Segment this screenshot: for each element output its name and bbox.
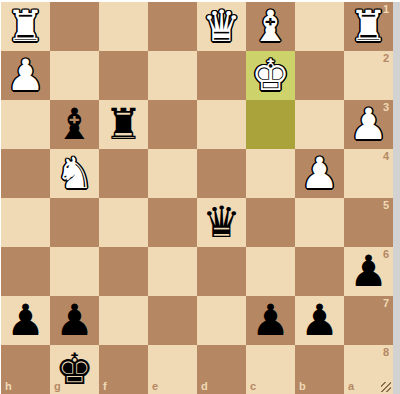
- square-d8[interactable]: d: [197, 345, 246, 394]
- black-pawn-c7[interactable]: ♟: [246, 296, 295, 345]
- square-f5[interactable]: [99, 198, 148, 247]
- square-g3[interactable]: ♝: [50, 100, 99, 149]
- square-c2[interactable]: ♚: [246, 51, 295, 100]
- square-d7[interactable]: [197, 296, 246, 345]
- white-bishop-c1[interactable]: ♝: [246, 2, 295, 51]
- white-pawn-b4[interactable]: ♟: [295, 149, 344, 198]
- square-a8[interactable]: 8a: [344, 345, 393, 394]
- square-a3[interactable]: ♟3: [344, 100, 393, 149]
- square-h1[interactable]: ♜: [1, 2, 50, 51]
- square-a2[interactable]: 2: [344, 51, 393, 100]
- square-e2[interactable]: [148, 51, 197, 100]
- white-queen-d1[interactable]: ♛: [197, 2, 246, 51]
- square-b6[interactable]: [295, 247, 344, 296]
- square-g6[interactable]: [50, 247, 99, 296]
- square-c8[interactable]: c: [246, 345, 295, 394]
- black-pawn-g7[interactable]: ♟: [50, 296, 99, 345]
- file-label-f: f: [103, 381, 107, 392]
- square-h8[interactable]: h: [1, 345, 50, 394]
- square-h4[interactable]: [1, 149, 50, 198]
- black-bishop-g3[interactable]: ♝: [50, 100, 99, 149]
- square-f8[interactable]: f: [99, 345, 148, 394]
- square-f6[interactable]: [99, 247, 148, 296]
- square-g5[interactable]: [50, 198, 99, 247]
- file-label-g: g: [54, 381, 61, 392]
- square-b1[interactable]: [295, 2, 344, 51]
- square-h2[interactable]: ♟: [1, 51, 50, 100]
- square-b3[interactable]: [295, 100, 344, 149]
- square-a6[interactable]: ♟6: [344, 247, 393, 296]
- board-resize-handle-icon[interactable]: [381, 382, 391, 392]
- chess-board-screen: ♜♛♝♜1♟♚2♝♜♟3♞♟4♛5♟6♟♟♟♟7h♚gfedcb8a: [0, 0, 400, 394]
- square-b2[interactable]: [295, 51, 344, 100]
- square-e4[interactable]: [148, 149, 197, 198]
- square-c5[interactable]: [246, 198, 295, 247]
- square-b7[interactable]: ♟: [295, 296, 344, 345]
- rank-label-5: 5: [383, 200, 389, 211]
- square-h3[interactable]: [1, 100, 50, 149]
- square-b4[interactable]: ♟: [295, 149, 344, 198]
- file-label-d: d: [201, 381, 208, 392]
- square-a1[interactable]: ♜1: [344, 2, 393, 51]
- square-c7[interactable]: ♟: [246, 296, 295, 345]
- square-d4[interactable]: [197, 149, 246, 198]
- file-label-b: b: [299, 381, 306, 392]
- square-f3[interactable]: ♜: [99, 100, 148, 149]
- square-e3[interactable]: [148, 100, 197, 149]
- square-d3[interactable]: [197, 100, 246, 149]
- square-c1[interactable]: ♝: [246, 2, 295, 51]
- white-pawn-h2[interactable]: ♟: [1, 51, 50, 100]
- rank-label-8: 8: [383, 347, 389, 358]
- square-b5[interactable]: [295, 198, 344, 247]
- square-f2[interactable]: [99, 51, 148, 100]
- square-g4[interactable]: ♞: [50, 149, 99, 198]
- square-e5[interactable]: [148, 198, 197, 247]
- rank-label-4: 4: [383, 151, 389, 162]
- square-b8[interactable]: b: [295, 345, 344, 394]
- white-rook-h1[interactable]: ♜: [1, 2, 50, 51]
- square-h6[interactable]: [1, 247, 50, 296]
- square-f7[interactable]: [99, 296, 148, 345]
- square-a5[interactable]: 5: [344, 198, 393, 247]
- square-f4[interactable]: [99, 149, 148, 198]
- square-d2[interactable]: [197, 51, 246, 100]
- square-g8[interactable]: ♚g: [50, 345, 99, 394]
- rank-label-1: 1: [383, 4, 389, 15]
- white-knight-g4[interactable]: ♞: [50, 149, 99, 198]
- square-g7[interactable]: ♟: [50, 296, 99, 345]
- square-d1[interactable]: ♛: [197, 2, 246, 51]
- square-d5[interactable]: ♛: [197, 198, 246, 247]
- file-label-e: e: [152, 381, 158, 392]
- file-label-h: h: [5, 381, 12, 392]
- square-c4[interactable]: [246, 149, 295, 198]
- black-pawn-h7[interactable]: ♟: [1, 296, 50, 345]
- page-gutter: [393, 2, 400, 394]
- square-c6[interactable]: [246, 247, 295, 296]
- rank-label-7: 7: [383, 298, 389, 309]
- square-e1[interactable]: [148, 2, 197, 51]
- black-rook-f3[interactable]: ♜: [99, 100, 148, 149]
- square-f1[interactable]: [99, 2, 148, 51]
- file-label-c: c: [250, 381, 256, 392]
- square-a4[interactable]: 4: [344, 149, 393, 198]
- square-c3[interactable]: [246, 100, 295, 149]
- rank-label-3: 3: [383, 102, 389, 113]
- rank-label-6: 6: [383, 249, 389, 260]
- white-king-c2[interactable]: ♚: [246, 51, 295, 100]
- square-e7[interactable]: [148, 296, 197, 345]
- chess-board: ♜♛♝♜1♟♚2♝♜♟3♞♟4♛5♟6♟♟♟♟7h♚gfedcb8a: [1, 2, 393, 394]
- square-h5[interactable]: [1, 198, 50, 247]
- square-g1[interactable]: [50, 2, 99, 51]
- file-label-a: a: [348, 381, 354, 392]
- square-a7[interactable]: 7: [344, 296, 393, 345]
- rank-label-2: 2: [383, 53, 389, 64]
- square-h7[interactable]: ♟: [1, 296, 50, 345]
- square-e8[interactable]: e: [148, 345, 197, 394]
- black-queen-d5[interactable]: ♛: [197, 198, 246, 247]
- black-pawn-b7[interactable]: ♟: [295, 296, 344, 345]
- square-e6[interactable]: [148, 247, 197, 296]
- square-d6[interactable]: [197, 247, 246, 296]
- square-g2[interactable]: [50, 51, 99, 100]
